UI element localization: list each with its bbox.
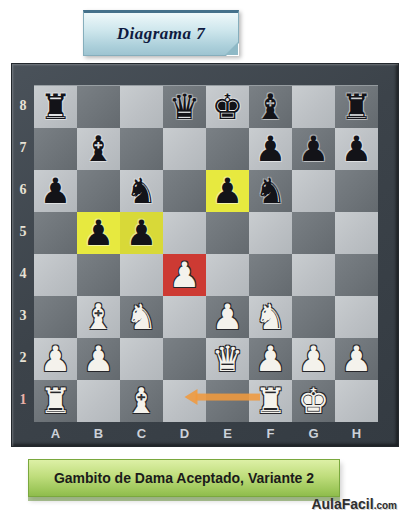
square-e6: ♟ bbox=[206, 170, 249, 212]
square-f2: ♟ bbox=[249, 338, 292, 380]
square-f8: ♝ bbox=[249, 86, 292, 128]
white-rook-f1: ♜ bbox=[249, 380, 292, 422]
black-pawn-h7: ♟ bbox=[335, 128, 378, 170]
white-bishop-c1: ♝ bbox=[120, 380, 163, 422]
black-rook-h8: ♜ bbox=[335, 86, 378, 128]
square-g4 bbox=[292, 254, 335, 296]
square-h3 bbox=[335, 296, 378, 338]
black-king-e8: ♚ bbox=[206, 86, 249, 128]
rank-labels: 87654321 bbox=[12, 85, 34, 421]
white-knight-f3: ♞ bbox=[249, 296, 292, 338]
file-label-g: G bbox=[292, 421, 335, 446]
caption-text: Gambito de Dama Aceptado, Variante 2 bbox=[54, 470, 314, 486]
square-d6 bbox=[163, 170, 206, 212]
square-c4 bbox=[120, 254, 163, 296]
square-c7 bbox=[120, 128, 163, 170]
watermark: AulaFacil.com bbox=[311, 495, 397, 513]
black-rook-a8: ♜ bbox=[34, 86, 77, 128]
square-a1: ♜ bbox=[34, 380, 77, 422]
square-a5 bbox=[34, 212, 77, 254]
square-c3: ♞ bbox=[120, 296, 163, 338]
square-d5 bbox=[163, 212, 206, 254]
square-a3 bbox=[34, 296, 77, 338]
square-c6: ♞ bbox=[120, 170, 163, 212]
square-a4 bbox=[34, 254, 77, 296]
black-pawn-b5: ♟ bbox=[77, 212, 120, 254]
square-g6 bbox=[292, 170, 335, 212]
rank-label-4: 4 bbox=[12, 253, 34, 295]
diagram-title: Diagrama 7 bbox=[117, 24, 206, 44]
square-g2: ♟ bbox=[292, 338, 335, 380]
white-pawn-h2: ♟ bbox=[335, 338, 378, 380]
square-a8: ♜ bbox=[34, 86, 77, 128]
black-bishop-f8: ♝ bbox=[249, 86, 292, 128]
square-h6 bbox=[335, 170, 378, 212]
square-c5: ♟ bbox=[120, 212, 163, 254]
square-h4 bbox=[335, 254, 378, 296]
square-g7: ♟ bbox=[292, 128, 335, 170]
square-b1 bbox=[77, 380, 120, 422]
square-h5 bbox=[335, 212, 378, 254]
square-b3: ♝ bbox=[77, 296, 120, 338]
square-f3: ♞ bbox=[249, 296, 292, 338]
square-b7: ♝ bbox=[77, 128, 120, 170]
white-queen-e2: ♛ bbox=[206, 338, 249, 380]
white-rook-a1: ♜ bbox=[34, 380, 77, 422]
square-b5: ♟ bbox=[77, 212, 120, 254]
white-pawn-e3: ♟ bbox=[206, 296, 249, 338]
rank-label-5: 5 bbox=[12, 211, 34, 253]
black-bishop-b7: ♝ bbox=[77, 128, 120, 170]
square-f7: ♟ bbox=[249, 128, 292, 170]
square-c1: ♝ bbox=[120, 380, 163, 422]
page: Diagrama 7 87654321 ♜♛♚♝♜♝♟♟♟♟♞♟♞♟♟♟♝♞♟♞… bbox=[0, 0, 402, 515]
square-g5 bbox=[292, 212, 335, 254]
square-a7 bbox=[34, 128, 77, 170]
board-grid: ♜♛♚♝♜♝♟♟♟♟♞♟♞♟♟♟♝♞♟♞♟♟♛♟♟♟♜♝♜♚ bbox=[34, 85, 378, 422]
black-queen-d8: ♛ bbox=[163, 86, 206, 128]
square-b8 bbox=[77, 86, 120, 128]
square-e4 bbox=[206, 254, 249, 296]
black-knight-c6: ♞ bbox=[120, 170, 163, 212]
square-h7: ♟ bbox=[335, 128, 378, 170]
rank-label-8: 8 bbox=[12, 85, 34, 127]
black-knight-f6: ♞ bbox=[249, 170, 292, 212]
square-d1 bbox=[163, 380, 206, 422]
file-label-h: H bbox=[335, 421, 378, 446]
banner-fold-corner bbox=[226, 43, 239, 56]
square-e2: ♛ bbox=[206, 338, 249, 380]
rank-label-1: 1 bbox=[12, 379, 34, 421]
square-g8 bbox=[292, 86, 335, 128]
file-label-e: E bbox=[206, 421, 249, 446]
file-labels: ABCDEFGH bbox=[34, 421, 378, 446]
black-pawn-a6: ♟ bbox=[34, 170, 77, 212]
caption-banner: Gambito de Dama Aceptado, Variante 2 bbox=[28, 459, 340, 497]
watermark-suffix: .com bbox=[374, 500, 397, 511]
rank-label-3: 3 bbox=[12, 295, 34, 337]
square-e5 bbox=[206, 212, 249, 254]
white-pawn-f2: ♟ bbox=[249, 338, 292, 380]
square-d2 bbox=[163, 338, 206, 380]
square-a2: ♟ bbox=[34, 338, 77, 380]
header-banner: Diagrama 7 bbox=[83, 10, 239, 56]
chess-board: 87654321 ♜♛♚♝♜♝♟♟♟♟♞♟♞♟♟♟♝♞♟♞♟♟♛♟♟♟♜♝♜♚ … bbox=[12, 64, 398, 446]
square-f1: ♜ bbox=[249, 380, 292, 422]
file-label-d: D bbox=[163, 421, 206, 446]
square-c2 bbox=[120, 338, 163, 380]
square-h1 bbox=[335, 380, 378, 422]
square-e7 bbox=[206, 128, 249, 170]
square-f5 bbox=[249, 212, 292, 254]
square-g3 bbox=[292, 296, 335, 338]
file-label-a: A bbox=[34, 421, 77, 446]
white-pawn-d4: ♟ bbox=[163, 254, 206, 296]
square-e1 bbox=[206, 380, 249, 422]
file-label-b: B bbox=[77, 421, 120, 446]
rank-label-7: 7 bbox=[12, 127, 34, 169]
square-f4 bbox=[249, 254, 292, 296]
square-h2: ♟ bbox=[335, 338, 378, 380]
rank-label-6: 6 bbox=[12, 169, 34, 211]
square-h8: ♜ bbox=[335, 86, 378, 128]
black-pawn-c5: ♟ bbox=[120, 212, 163, 254]
white-pawn-g2: ♟ bbox=[292, 338, 335, 380]
white-pawn-a2: ♟ bbox=[34, 338, 77, 380]
square-e8: ♚ bbox=[206, 86, 249, 128]
square-f6: ♞ bbox=[249, 170, 292, 212]
black-pawn-e6: ♟ bbox=[206, 170, 249, 212]
square-e3: ♟ bbox=[206, 296, 249, 338]
square-d3 bbox=[163, 296, 206, 338]
square-d7 bbox=[163, 128, 206, 170]
square-a6: ♟ bbox=[34, 170, 77, 212]
black-pawn-f7: ♟ bbox=[249, 128, 292, 170]
rank-label-2: 2 bbox=[12, 337, 34, 379]
black-pawn-g7: ♟ bbox=[292, 128, 335, 170]
white-pawn-b2: ♟ bbox=[77, 338, 120, 380]
white-bishop-b3: ♝ bbox=[77, 296, 120, 338]
file-label-f: F bbox=[249, 421, 292, 446]
square-d4: ♟ bbox=[163, 254, 206, 296]
square-g1: ♚ bbox=[292, 380, 335, 422]
square-c8 bbox=[120, 86, 163, 128]
file-label-c: C bbox=[120, 421, 163, 446]
white-king-g1: ♚ bbox=[292, 380, 335, 422]
white-knight-c3: ♞ bbox=[120, 296, 163, 338]
square-b2: ♟ bbox=[77, 338, 120, 380]
square-d8: ♛ bbox=[163, 86, 206, 128]
square-b6 bbox=[77, 170, 120, 212]
watermark-brand: AulaFacil bbox=[311, 496, 373, 512]
square-b4 bbox=[77, 254, 120, 296]
